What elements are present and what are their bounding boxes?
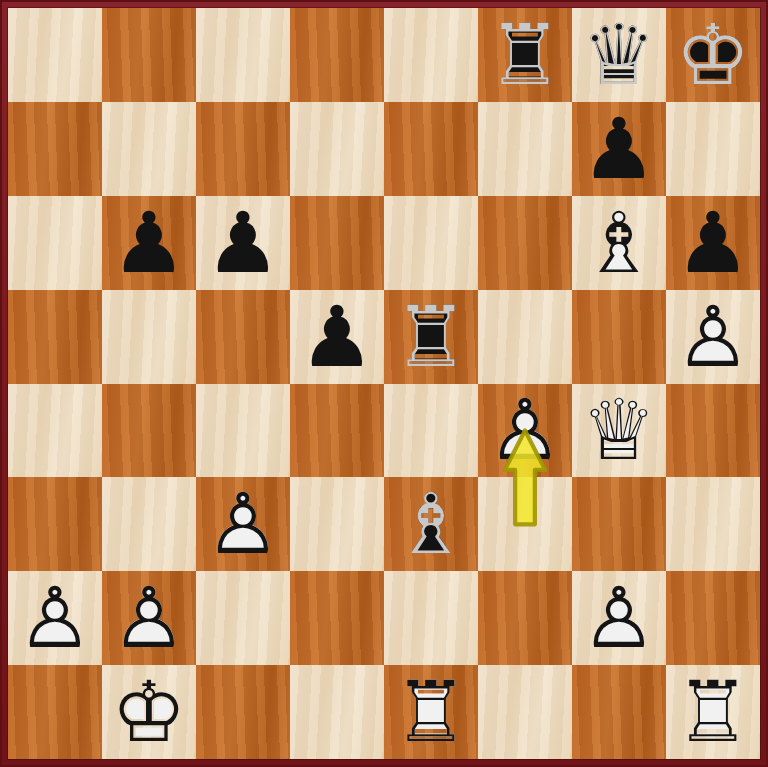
black-pawn-glyph: ♟: [102, 196, 196, 290]
piece-black-pawn-h6[interactable]: ♟: [666, 196, 760, 290]
white-pawn-outline: ♙: [102, 571, 196, 665]
square-g8[interactable]: ♛♕: [572, 8, 666, 102]
black-pawn-glyph: ♟: [290, 290, 384, 384]
square-d7[interactable]: [290, 102, 384, 196]
piece-white-pawn-c3[interactable]: ♟♙: [196, 477, 290, 571]
square-c7[interactable]: [196, 102, 290, 196]
piece-white-pawn-b2[interactable]: ♟♙: [102, 571, 196, 665]
piece-white-rook-e1[interactable]: ♜♖: [384, 665, 478, 759]
square-h8[interactable]: ♚♔: [666, 8, 760, 102]
square-g2[interactable]: ♟♙: [572, 571, 666, 665]
square-a6[interactable]: [8, 196, 102, 290]
square-c6[interactable]: ♟: [196, 196, 290, 290]
square-g4[interactable]: ♛♕: [572, 384, 666, 478]
black-king-outline: ♔: [666, 8, 760, 102]
square-d3[interactable]: [290, 477, 384, 571]
square-c4[interactable]: [196, 384, 290, 478]
white-queen-outline: ♕: [572, 384, 666, 478]
square-a7[interactable]: [8, 102, 102, 196]
white-king-outline: ♔: [102, 665, 196, 759]
piece-black-pawn-d5[interactable]: ♟: [290, 290, 384, 384]
square-b2[interactable]: ♟♙: [102, 571, 196, 665]
square-f6[interactable]: [478, 196, 572, 290]
piece-white-queen-g4[interactable]: ♛♕: [572, 384, 666, 478]
black-queen-outline: ♕: [572, 8, 666, 102]
square-a3[interactable]: [8, 477, 102, 571]
square-b6[interactable]: ♟: [102, 196, 196, 290]
piece-white-pawn-h5[interactable]: ♟♙: [666, 290, 760, 384]
square-c2[interactable]: [196, 571, 290, 665]
square-h1[interactable]: ♜♖: [666, 665, 760, 759]
black-pawn-glyph: ♟: [666, 196, 760, 290]
square-a5[interactable]: [8, 290, 102, 384]
square-d4[interactable]: [290, 384, 384, 478]
square-f1[interactable]: [478, 665, 572, 759]
square-d5[interactable]: ♟: [290, 290, 384, 384]
square-b7[interactable]: [102, 102, 196, 196]
square-h4[interactable]: [666, 384, 760, 478]
piece-white-pawn-a2[interactable]: ♟♙: [8, 571, 102, 665]
square-d8[interactable]: [290, 8, 384, 102]
square-h3[interactable]: [666, 477, 760, 571]
white-pawn-outline: ♙: [572, 571, 666, 665]
piece-black-pawn-g7[interactable]: ♟: [572, 102, 666, 196]
white-rook-outline: ♖: [666, 665, 760, 759]
chess-board: ♜♖♛♕♚♔♟♟♟♝♗♟♟♜♖♟♙♟♙♛♕♟♙♝♗♟♙♟♙♟♙♚♔♜♖♜♖: [8, 8, 760, 759]
square-f8[interactable]: ♜♖: [478, 8, 572, 102]
square-a1[interactable]: [8, 665, 102, 759]
square-a4[interactable]: [8, 384, 102, 478]
piece-black-king-h8[interactable]: ♚♔: [666, 8, 760, 102]
square-h5[interactable]: ♟♙: [666, 290, 760, 384]
square-e6[interactable]: [384, 196, 478, 290]
piece-black-pawn-b6[interactable]: ♟: [102, 196, 196, 290]
white-rook-outline: ♖: [384, 665, 478, 759]
square-h2[interactable]: [666, 571, 760, 665]
board-area: ♜♖♛♕♚♔♟♟♟♝♗♟♟♜♖♟♙♟♙♛♕♟♙♝♗♟♙♟♙♟♙♚♔♜♖♜♖: [8, 8, 760, 759]
square-c8[interactable]: [196, 8, 290, 102]
square-e7[interactable]: [384, 102, 478, 196]
square-b4[interactable]: [102, 384, 196, 478]
square-c1[interactable]: [196, 665, 290, 759]
square-h7[interactable]: [666, 102, 760, 196]
square-e5[interactable]: ♜♖: [384, 290, 478, 384]
black-rook-outline: ♖: [478, 8, 572, 102]
square-b1[interactable]: ♚♔: [102, 665, 196, 759]
white-pawn-outline: ♙: [666, 290, 760, 384]
square-c5[interactable]: [196, 290, 290, 384]
square-a2[interactable]: ♟♙: [8, 571, 102, 665]
square-e3[interactable]: ♝♗: [384, 477, 478, 571]
piece-black-bishop-e3[interactable]: ♝♗: [384, 477, 478, 571]
square-g3[interactable]: [572, 477, 666, 571]
square-g6[interactable]: ♝♗: [572, 196, 666, 290]
black-pawn-glyph: ♟: [572, 102, 666, 196]
black-rook-outline: ♖: [384, 290, 478, 384]
square-e2[interactable]: [384, 571, 478, 665]
square-f7[interactable]: [478, 102, 572, 196]
square-f4[interactable]: ♟♙: [478, 384, 572, 478]
piece-white-rook-h1[interactable]: ♜♖: [666, 665, 760, 759]
white-pawn-outline: ♙: [8, 571, 102, 665]
square-d6[interactable]: [290, 196, 384, 290]
white-bishop-outline: ♗: [572, 196, 666, 290]
square-c3[interactable]: ♟♙: [196, 477, 290, 571]
square-g1[interactable]: [572, 665, 666, 759]
square-f5[interactable]: [478, 290, 572, 384]
piece-black-rook-e5[interactable]: ♜♖: [384, 290, 478, 384]
piece-black-queen-g8[interactable]: ♛♕: [572, 8, 666, 102]
square-a8[interactable]: [8, 8, 102, 102]
square-h6[interactable]: ♟: [666, 196, 760, 290]
square-g7[interactable]: ♟: [572, 102, 666, 196]
piece-white-king-b1[interactable]: ♚♔: [102, 665, 196, 759]
square-e4[interactable]: [384, 384, 478, 478]
square-f3[interactable]: [478, 477, 572, 571]
white-pawn-outline: ♙: [478, 384, 572, 478]
piece-white-pawn-f4[interactable]: ♟♙: [478, 384, 572, 478]
piece-black-rook-f8[interactable]: ♜♖: [478, 8, 572, 102]
white-pawn-outline: ♙: [196, 477, 290, 571]
square-g5[interactable]: [572, 290, 666, 384]
square-d2[interactable]: [290, 571, 384, 665]
square-e8[interactable]: [384, 8, 478, 102]
black-pawn-glyph: ♟: [196, 196, 290, 290]
square-b3[interactable]: [102, 477, 196, 571]
square-f2[interactable]: [478, 571, 572, 665]
piece-white-pawn-g2[interactable]: ♟♙: [572, 571, 666, 665]
piece-black-pawn-c6[interactable]: ♟: [196, 196, 290, 290]
black-bishop-outline: ♗: [384, 477, 478, 571]
board-frame: ♜♖♛♕♚♔♟♟♟♝♗♟♟♜♖♟♙♟♙♛♕♟♙♝♗♟♙♟♙♟♙♚♔♜♖♜♖: [0, 0, 768, 767]
square-b8[interactable]: [102, 8, 196, 102]
square-d1[interactable]: [290, 665, 384, 759]
square-b5[interactable]: [102, 290, 196, 384]
square-e1[interactable]: ♜♖: [384, 665, 478, 759]
piece-white-bishop-g6[interactable]: ♝♗: [572, 196, 666, 290]
